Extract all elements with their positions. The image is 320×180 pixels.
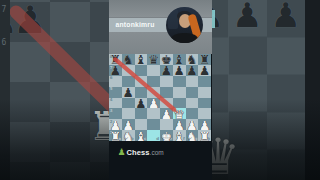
background-black-pawn-icon: ♟ [267, 0, 306, 32]
player-name: antonkimru [109, 21, 155, 28]
square-g7[interactable]: ♟ [186, 65, 199, 76]
black-pawn[interactable]: ♟ [173, 65, 186, 76]
rank-label-3: 3 [110, 109, 113, 113]
white-rook[interactable]: ♜ [198, 131, 211, 142]
square-b1[interactable]: b♞ [122, 130, 135, 141]
background-arrow [0, 0, 109, 180]
square-h4[interactable] [198, 98, 211, 109]
background-dark-band [305, 0, 320, 180]
square-a6[interactable]: 6 [109, 76, 122, 87]
square-b7[interactable] [122, 65, 135, 76]
square-g6[interactable] [186, 76, 199, 87]
square-a1[interactable]: 1a♜ [109, 130, 122, 141]
square-d3[interactable] [147, 108, 160, 119]
square-c4[interactable]: ♟ [135, 98, 148, 109]
square-h7[interactable]: ♟ [198, 65, 211, 76]
white-pawn[interactable]: ♟ [147, 98, 160, 109]
white-rook[interactable]: ♜ [109, 131, 122, 142]
square-e5[interactable] [160, 87, 173, 98]
square-d4[interactable]: ♟ [147, 98, 160, 109]
square-e6[interactable] [160, 76, 173, 87]
square-a4[interactable]: 4 [109, 98, 122, 109]
background-right-panel: ♟ ♟ ♟ ♛ [212, 0, 320, 180]
square-b8[interactable]: ♞ [122, 54, 135, 65]
video-column: antonkimru 8♜♞♝♛♚♝♞♜7♟♟♟♟♟65♟4♟♟3♟♛2♟♟♟♟… [109, 0, 212, 180]
background-white-queen-icon: ♛ [212, 132, 241, 180]
square-c7[interactable] [135, 65, 148, 76]
square-f5[interactable] [173, 87, 186, 98]
black-pawn[interactable]: ♟ [135, 98, 148, 109]
black-pawn[interactable]: ♟ [160, 65, 173, 76]
chesscom-pawn-icon: ♟ [118, 148, 126, 157]
background-black-pawn-icon: ♟ [228, 0, 267, 32]
square-g1[interactable]: g♞ [186, 130, 199, 141]
square-a5[interactable]: 5 [109, 87, 122, 98]
black-pawn[interactable]: ♟ [186, 65, 199, 76]
square-b5[interactable]: ♟ [122, 87, 135, 98]
background-board-edge [0, 0, 10, 180]
white-pawn[interactable]: ♟ [160, 109, 173, 120]
square-d6[interactable] [147, 76, 160, 87]
avatar-background-shelf [168, 9, 178, 29]
background-highlight-sliver [212, 10, 215, 28]
black-queen[interactable]: ♛ [147, 54, 160, 65]
background-rank-label: 6 [2, 38, 7, 47]
file-label-d: d [156, 137, 159, 141]
rank-label-4: 4 [110, 98, 113, 102]
square-h1[interactable]: h♜ [198, 130, 211, 141]
black-knight[interactable]: ♞ [122, 54, 135, 65]
chesscom-logo: ♟ Chess .com [118, 148, 164, 157]
rank-label-6: 6 [110, 76, 113, 80]
square-h5[interactable] [198, 87, 211, 98]
square-c3[interactable] [135, 108, 148, 119]
video-frame: ♟ ♟ ♜ 7 6 ♟ ♟ ♟ ♛ antonkimru [0, 0, 320, 180]
black-pawn[interactable]: ♟ [109, 65, 122, 76]
square-d2[interactable] [147, 119, 160, 130]
square-e3[interactable]: ♟ [160, 108, 173, 119]
white-king[interactable]: ♚ [160, 131, 173, 142]
white-bishop[interactable]: ♝ [135, 131, 148, 142]
square-g5[interactable] [186, 87, 199, 98]
square-h6[interactable] [198, 76, 211, 87]
chesscom-logo-text: Chess [127, 148, 150, 157]
square-a7[interactable]: 7♟ [109, 65, 122, 76]
player-avatar[interactable] [166, 7, 203, 44]
background-left-panel: ♟ ♟ ♜ 7 6 [0, 0, 109, 180]
black-pawn[interactable]: ♟ [198, 65, 211, 76]
square-b4[interactable] [122, 98, 135, 109]
white-bishop[interactable]: ♝ [173, 131, 186, 142]
chesscom-logo-suffix: .com [150, 149, 164, 156]
square-f1[interactable]: f♝ [173, 130, 186, 141]
white-knight[interactable]: ♞ [122, 131, 135, 142]
square-c8[interactable]: ♝ [135, 54, 148, 65]
square-f6[interactable] [173, 76, 186, 87]
square-e7[interactable]: ♟ [160, 65, 173, 76]
background-rank-label: 7 [2, 5, 7, 14]
square-g4[interactable] [186, 98, 199, 109]
square-f7[interactable]: ♟ [173, 65, 186, 76]
chess-board: 8♜♞♝♛♚♝♞♜7♟♟♟♟♟65♟4♟♟3♟♛2♟♟♟♟♟1a♜b♞c♝de♚… [109, 54, 211, 141]
square-c6[interactable] [135, 76, 148, 87]
board-squares: 8♜♞♝♛♚♝♞♜7♟♟♟♟♟65♟4♟♟3♟♛2♟♟♟♟♟1a♜b♞c♝de♚… [109, 54, 211, 141]
square-d1[interactable]: d [147, 130, 160, 141]
white-knight[interactable]: ♞ [186, 131, 199, 142]
black-pawn[interactable]: ♟ [122, 87, 135, 98]
square-d8[interactable]: ♛ [147, 54, 160, 65]
square-d7[interactable] [147, 65, 160, 76]
square-e1[interactable]: e♚ [160, 130, 173, 141]
black-bishop[interactable]: ♝ [135, 54, 148, 65]
square-c1[interactable]: c♝ [135, 130, 148, 141]
rank-label-5: 5 [110, 87, 113, 91]
